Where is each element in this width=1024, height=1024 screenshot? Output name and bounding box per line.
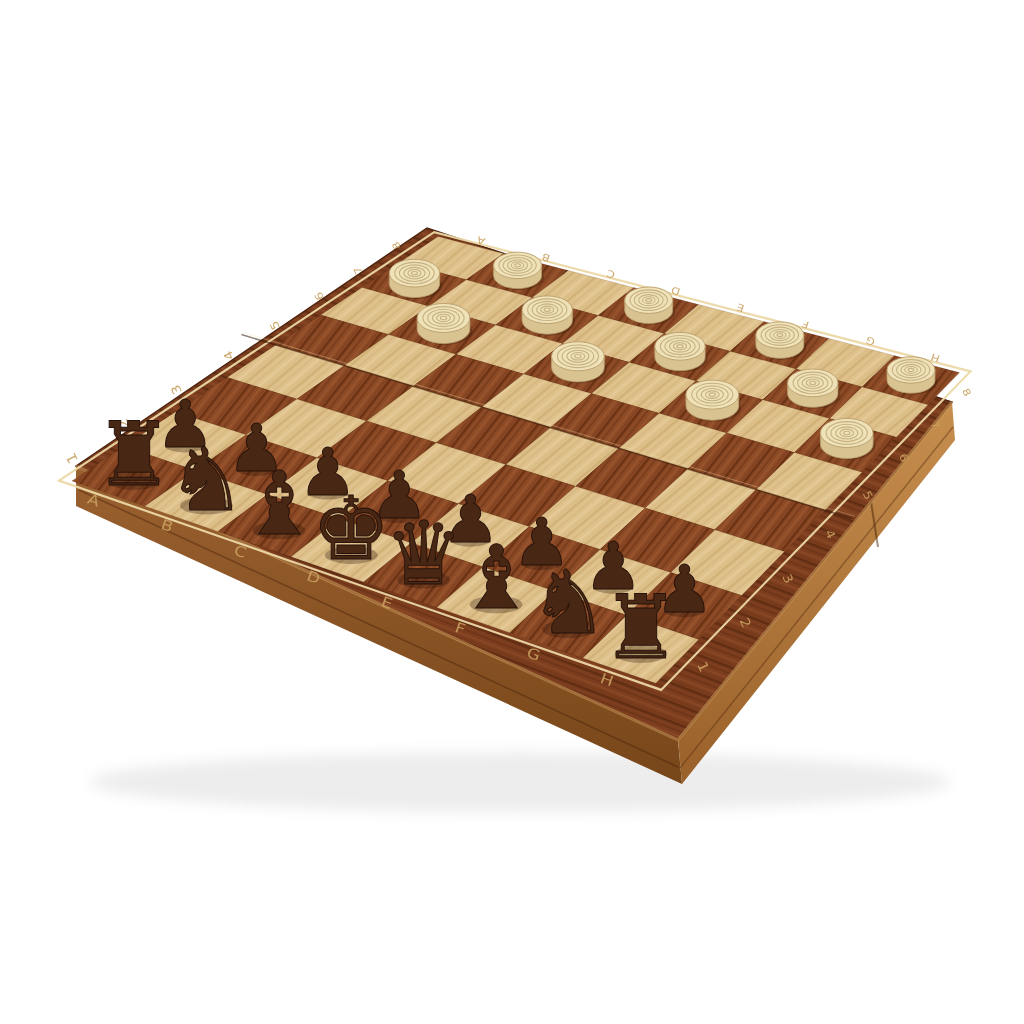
checker-disc-a7[interactable] [389,259,442,299]
queen-glyph: ♛ [384,502,463,605]
chess-piece-king-d1[interactable]: ♚ [312,477,391,580]
floor-shadow [90,752,950,812]
checker-disc-h6[interactable] [820,418,875,459]
checker-disc-b6[interactable] [417,303,472,344]
chess-piece-rook-h1[interactable]: ♜ [602,576,681,679]
checker-disc-f6[interactable] [686,380,741,421]
folding-chess-checkers-board: AABBCCDDEEFFGGHH1122334455667788♟♟♜♟♞♟♝♟… [0,0,1024,1024]
bishop-glyph: ♝ [457,526,536,629]
chess-piece-bishop-f1[interactable]: ♝ [457,526,536,629]
chess-piece-queen-e1[interactable]: ♛ [384,502,463,605]
checker-disc-h8[interactable] [887,357,937,395]
checker-disc-f8[interactable] [756,322,806,360]
knight-glyph: ♞ [167,428,246,531]
checker-disc-d6[interactable] [552,342,607,383]
rook-glyph: ♜ [95,403,174,506]
chess-piece-rook-a1[interactable]: ♜ [95,403,174,506]
bishop-glyph: ♝ [239,452,318,555]
checker-disc-g7[interactable] [788,369,841,409]
checker-disc-e7[interactable] [655,332,708,372]
king-glyph: ♚ [312,477,391,580]
chess-piece-knight-b1[interactable]: ♞ [167,428,246,531]
knight-glyph: ♞ [529,551,608,654]
product-photo-scene: chess-and-checkers-folding-wood-set AABB… [0,0,1024,1024]
chess-piece-bishop-c1[interactable]: ♝ [239,452,318,555]
checker-disc-b8[interactable] [494,252,544,290]
checker-disc-d8[interactable] [625,287,675,325]
rook-glyph: ♜ [602,576,681,679]
rank-label-right-8: 8 [959,387,973,399]
checker-disc-c7[interactable] [522,296,575,336]
chess-piece-knight-g1[interactable]: ♞ [529,551,608,654]
